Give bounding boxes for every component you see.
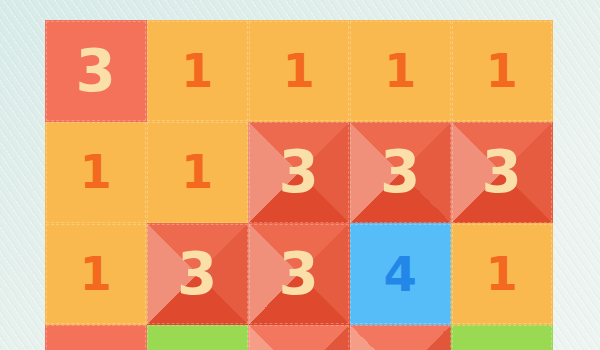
tile-value: 3 xyxy=(279,143,319,201)
tile-r4c1-red[interactable] xyxy=(45,325,147,350)
tile-r2c3-pyramid[interactable]: 3 xyxy=(248,122,350,224)
tile-r2c5-pyramid[interactable]: 3 xyxy=(451,122,553,224)
tile-r4c2-green[interactable] xyxy=(147,325,249,350)
tile-r3c2-pyramid[interactable]: 3 xyxy=(147,223,249,325)
tile-r3c1-orange[interactable]: 1 xyxy=(45,223,147,325)
tile-r1c3-orange[interactable]: 1 xyxy=(248,20,350,122)
tile-value: 3 xyxy=(279,245,319,303)
tile-value: 1 xyxy=(486,48,518,94)
tile-r3c3-pyramid[interactable]: 3 xyxy=(248,223,350,325)
tile-value: 3 xyxy=(380,143,420,201)
tile-r4c5-green[interactable] xyxy=(451,325,553,350)
tile-value: 4 xyxy=(384,250,417,298)
tile-value: 1 xyxy=(486,251,518,297)
tile-value: 1 xyxy=(181,48,213,94)
tile-r2c2-orange[interactable]: 1 xyxy=(147,122,249,224)
tile-value: 3 xyxy=(177,245,217,303)
tile-value: 3 xyxy=(76,42,116,100)
tile-r1c1-red[interactable]: 3 xyxy=(45,20,147,122)
tile-value: 1 xyxy=(384,48,416,94)
tile-value: 1 xyxy=(181,149,213,195)
tile-r4c3-pyramid-light[interactable] xyxy=(248,325,350,350)
tile-r1c5-orange[interactable]: 1 xyxy=(451,20,553,122)
tile-value: 1 xyxy=(80,149,112,195)
tile-value: 1 xyxy=(80,251,112,297)
tile-r1c4-orange[interactable]: 1 xyxy=(350,20,452,122)
tile-r2c1-orange[interactable]: 1 xyxy=(45,122,147,224)
tile-value: 1 xyxy=(283,48,315,94)
tile-value: 3 xyxy=(482,143,522,201)
tile-r4c4-pyramid-light[interactable] xyxy=(350,325,452,350)
tile-r3c4-blue[interactable]: 4 xyxy=(350,223,452,325)
game-board: 311111133313341 xyxy=(45,20,553,350)
tile-r1c2-orange[interactable]: 1 xyxy=(147,20,249,122)
tile-r2c4-pyramid[interactable]: 3 xyxy=(350,122,452,224)
tile-r3c5-orange[interactable]: 1 xyxy=(451,223,553,325)
